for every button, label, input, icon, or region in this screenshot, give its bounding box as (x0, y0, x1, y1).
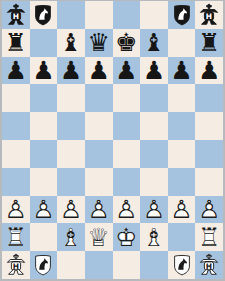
chess-board: H H ♜︎♝︎♛︎♚︎♝︎♜︎♟︎♟︎♟︎♟︎♟︎♟︎♟︎♟︎♟︎♙︎♟︎♙︎… (2, 1, 223, 279)
square-c10[interactable] (57, 1, 85, 29)
square-g4[interactable] (168, 168, 196, 196)
square-e8[interactable]: ♟︎ (113, 57, 141, 85)
black-queen[interactable]: ♛︎ (85, 29, 112, 56)
square-c3[interactable]: ♟︎♙︎ (57, 196, 85, 224)
square-b8[interactable]: ♟︎ (30, 57, 58, 85)
square-c4[interactable] (57, 168, 85, 196)
square-e9[interactable]: ♚︎ (113, 29, 141, 57)
square-h10[interactable]: H (195, 1, 223, 29)
square-h3[interactable]: ♟︎♙︎ (195, 196, 223, 224)
black-rook[interactable]: ♜︎ (2, 29, 29, 56)
black-pawn[interactable]: ♟︎ (113, 57, 140, 84)
black-pawn[interactable]: ♟︎ (196, 57, 223, 84)
square-h1[interactable]: H (195, 251, 223, 279)
svg-text:H: H (206, 12, 212, 21)
square-f2[interactable]: ♝︎♗︎ (140, 223, 168, 251)
square-f9[interactable]: ♝︎ (140, 29, 168, 57)
square-c2[interactable]: ♝︎♗︎ (57, 223, 85, 251)
white-pawn[interactable]: ♟︎♙︎ (196, 196, 223, 223)
square-g5[interactable] (168, 140, 196, 168)
square-e1[interactable] (113, 251, 141, 279)
square-b10[interactable] (30, 1, 58, 29)
black-pawn[interactable]: ♟︎ (58, 57, 85, 84)
square-c6[interactable] (57, 112, 85, 140)
white-pawn[interactable]: ♟︎♙︎ (85, 196, 112, 223)
square-a1[interactable]: H (2, 251, 30, 279)
square-e7[interactable] (113, 84, 141, 112)
white-pawn[interactable]: ♟︎♙︎ (113, 196, 140, 223)
square-f10[interactable] (140, 1, 168, 29)
white-rook[interactable]: ♜︎♖︎ (2, 224, 29, 251)
square-h4[interactable] (195, 168, 223, 196)
black-hawk[interactable]: H (4, 3, 28, 27)
square-a7[interactable] (2, 84, 30, 112)
white-pawn[interactable]: ♟︎♙︎ (2, 196, 29, 223)
square-d6[interactable] (85, 112, 113, 140)
white-queen[interactable]: ♛︎♕︎ (85, 224, 112, 251)
square-e6[interactable] (113, 112, 141, 140)
white-rook[interactable]: ♜︎♖︎ (196, 224, 223, 251)
square-d10[interactable] (85, 1, 113, 29)
black-shield-knight[interactable] (170, 3, 194, 27)
black-king[interactable]: ♚︎ (113, 29, 140, 56)
square-c7[interactable] (57, 84, 85, 112)
square-h9[interactable]: ♜︎ (195, 29, 223, 57)
white-pawn[interactable]: ♟︎♙︎ (168, 196, 195, 223)
square-g6[interactable] (168, 112, 196, 140)
square-a8[interactable]: ♟︎ (2, 57, 30, 85)
square-f3[interactable]: ♟︎♙︎ (140, 196, 168, 224)
square-b2[interactable] (30, 223, 58, 251)
white-hawk[interactable]: H (197, 253, 221, 277)
svg-text:H: H (13, 12, 19, 21)
square-c9[interactable]: ♝︎ (57, 29, 85, 57)
square-d8[interactable]: ♟︎ (85, 57, 113, 85)
white-pawn[interactable]: ♟︎♙︎ (30, 196, 57, 223)
square-g9[interactable] (168, 29, 196, 57)
square-c1[interactable] (57, 251, 85, 279)
black-pawn[interactable]: ♟︎ (30, 57, 57, 84)
square-d4[interactable] (85, 168, 113, 196)
square-d9[interactable]: ♛︎ (85, 29, 113, 57)
square-e5[interactable] (113, 140, 141, 168)
square-a5[interactable] (2, 140, 30, 168)
square-a6[interactable] (2, 112, 30, 140)
square-g1[interactable] (168, 251, 196, 279)
square-b7[interactable] (30, 84, 58, 112)
square-b6[interactable] (30, 112, 58, 140)
square-a2[interactable]: ♜︎♖︎ (2, 223, 30, 251)
svg-text:H: H (13, 262, 19, 271)
square-f5[interactable] (140, 140, 168, 168)
white-hawk[interactable]: H (4, 253, 28, 277)
black-pawn[interactable]: ♟︎ (140, 57, 167, 84)
square-b3[interactable]: ♟︎♙︎ (30, 196, 58, 224)
square-b9[interactable] (30, 29, 58, 57)
svg-text:H: H (206, 262, 212, 271)
black-bishop[interactable]: ♝︎ (140, 29, 167, 56)
board-frame: H H ♜︎♝︎♛︎♚︎♝︎♜︎♟︎♟︎♟︎♟︎♟︎♟︎♟︎♟︎♟︎♙︎♟︎♙︎… (0, 0, 225, 281)
white-pawn[interactable]: ♟︎♙︎ (140, 196, 167, 223)
square-a4[interactable] (2, 168, 30, 196)
square-h7[interactable] (195, 84, 223, 112)
square-g3[interactable]: ♟︎♙︎ (168, 196, 196, 224)
square-g10[interactable] (168, 1, 196, 29)
square-h5[interactable] (195, 140, 223, 168)
square-c5[interactable] (57, 140, 85, 168)
square-e3[interactable]: ♟︎♙︎ (113, 196, 141, 224)
square-a3[interactable]: ♟︎♙︎ (2, 196, 30, 224)
white-king[interactable]: ♚︎♔︎ (113, 224, 140, 251)
square-e4[interactable] (113, 168, 141, 196)
square-f4[interactable] (140, 168, 168, 196)
square-d1[interactable] (85, 251, 113, 279)
square-e10[interactable] (113, 1, 141, 29)
square-e2[interactable]: ♚︎♔︎ (113, 223, 141, 251)
white-bishop[interactable]: ♝︎♗︎ (58, 224, 85, 251)
square-h6[interactable] (195, 112, 223, 140)
square-f7[interactable] (140, 84, 168, 112)
white-bishop[interactable]: ♝︎♗︎ (140, 224, 167, 251)
square-b1[interactable] (30, 251, 58, 279)
square-c8[interactable]: ♟︎ (57, 57, 85, 85)
white-pawn[interactable]: ♟︎♙︎ (58, 196, 85, 223)
square-d7[interactable] (85, 84, 113, 112)
black-rook[interactable]: ♜︎ (196, 29, 223, 56)
square-a9[interactable]: ♜︎ (2, 29, 30, 57)
square-d2[interactable]: ♛︎♕︎ (85, 223, 113, 251)
black-pawn[interactable]: ♟︎ (85, 57, 112, 84)
black-bishop[interactable]: ♝︎ (58, 29, 85, 56)
square-f6[interactable] (140, 112, 168, 140)
black-pawn[interactable]: ♟︎ (168, 57, 195, 84)
square-g2[interactable] (168, 223, 196, 251)
square-a10[interactable]: H (2, 1, 30, 29)
square-g8[interactable]: ♟︎ (168, 57, 196, 85)
square-b4[interactable] (30, 168, 58, 196)
square-d3[interactable]: ♟︎♙︎ (85, 196, 113, 224)
square-d5[interactable] (85, 140, 113, 168)
square-h8[interactable]: ♟︎ (195, 57, 223, 85)
square-h2[interactable]: ♜︎♖︎ (195, 223, 223, 251)
white-shield-knight[interactable] (31, 253, 55, 277)
square-g7[interactable] (168, 84, 196, 112)
black-pawn[interactable]: ♟︎ (2, 57, 29, 84)
black-hawk[interactable]: H (197, 3, 221, 27)
white-shield-knight[interactable] (170, 253, 194, 277)
square-f8[interactable]: ♟︎ (140, 57, 168, 85)
black-shield-knight[interactable] (31, 3, 55, 27)
square-b5[interactable] (30, 140, 58, 168)
square-f1[interactable] (140, 251, 168, 279)
